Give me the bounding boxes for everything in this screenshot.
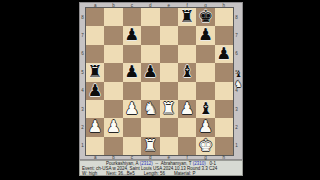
square-f6[interactable]	[178, 45, 196, 63]
square-e1[interactable]	[160, 137, 178, 155]
square-e3[interactable]: ♜	[160, 100, 178, 118]
square-f4[interactable]	[178, 82, 196, 100]
square-h8[interactable]	[215, 8, 233, 26]
square-e8[interactable]	[160, 8, 178, 26]
square-h7[interactable]	[215, 26, 233, 44]
coord-label: 7	[234, 26, 239, 44]
black-rook-icon: ♜	[86, 63, 104, 81]
board-frame: abcdefgh 87654321 ♜♚♟♟♟♜♟♟♝♟♟♞♜♟♝♟♟♟♜♚ 8…	[79, 2, 243, 160]
square-d3[interactable]: ♞	[141, 100, 159, 118]
square-c2[interactable]	[123, 118, 141, 136]
square-e7[interactable]	[160, 26, 178, 44]
square-f3[interactable]: ♟	[178, 100, 196, 118]
square-c8[interactable]	[123, 8, 141, 26]
square-g7[interactable]: ♟	[196, 26, 214, 44]
square-h2[interactable]	[215, 118, 233, 136]
square-g2[interactable]: ♟	[196, 118, 214, 136]
square-e4[interactable]	[160, 82, 178, 100]
white-knight-icon: ♞	[234, 79, 242, 89]
square-f8[interactable]: ♜	[178, 8, 196, 26]
white-rook-icon: ♜	[141, 137, 159, 155]
coord-label: 2	[234, 118, 239, 136]
square-c6[interactable]	[123, 45, 141, 63]
square-d2[interactable]	[141, 118, 159, 136]
info-line: W: high Next: 36...Be5 Length: 56 Materi…	[82, 172, 240, 177]
square-d8[interactable]	[141, 8, 159, 26]
coord-label: 6	[234, 45, 239, 63]
length-label: Length: 56	[144, 172, 165, 177]
white-king-icon: ♚	[196, 137, 214, 155]
square-c3[interactable]: ♟	[123, 100, 141, 118]
white-pawn-icon: ♟	[86, 118, 104, 136]
square-h4[interactable]	[215, 82, 233, 100]
square-b5[interactable]	[104, 63, 122, 81]
square-c1[interactable]	[123, 137, 141, 155]
square-d6[interactable]	[141, 45, 159, 63]
black-bishop-icon: ♝	[178, 63, 196, 81]
square-g6[interactable]	[196, 45, 214, 63]
square-h5[interactable]	[215, 63, 233, 81]
square-b7[interactable]	[104, 26, 122, 44]
square-e2[interactable]	[160, 118, 178, 136]
white-knight-icon: ♞	[141, 100, 159, 118]
square-a3[interactable]	[86, 100, 104, 118]
square-g3[interactable]: ♝	[196, 100, 214, 118]
square-c4[interactable]	[123, 82, 141, 100]
material-imbalance-tray: ♝♞	[233, 69, 244, 89]
square-g5[interactable]	[196, 63, 214, 81]
square-f7[interactable]	[178, 26, 196, 44]
square-c5[interactable]: ♟	[123, 63, 141, 81]
thumbnail-screen: abcdefgh 87654321 ♜♚♟♟♟♜♟♟♝♟♟♞♜♟♝♟♟♟♜♚ 8…	[0, 0, 320, 180]
coord-label: 1	[234, 137, 239, 155]
square-d5[interactable]: ♟	[141, 63, 159, 81]
black-pawn-icon: ♟	[123, 63, 141, 81]
game-caption: Pourkashiyan, A (2312) -- Abrahamyan, T …	[79, 160, 243, 176]
black-pawn-icon: ♟	[215, 45, 233, 63]
black-pawn-icon: ♟	[123, 26, 141, 44]
square-f1[interactable]	[178, 137, 196, 155]
square-e6[interactable]	[160, 45, 178, 63]
square-a5[interactable]: ♜	[86, 63, 104, 81]
black-pawn-icon: ♟	[196, 26, 214, 44]
square-g1[interactable]: ♚	[196, 137, 214, 155]
black-bishop-icon: ♝	[196, 100, 214, 118]
white-pawn-icon: ♟	[178, 100, 196, 118]
material-label: Material: P	[174, 172, 196, 177]
black-pawn-icon: ♟	[86, 82, 104, 100]
square-d1[interactable]: ♜	[141, 137, 159, 155]
square-a2[interactable]: ♟	[86, 118, 104, 136]
square-f5[interactable]: ♝	[178, 63, 196, 81]
black-bishop-icon: ♝	[234, 69, 242, 79]
coord-label: 8	[234, 8, 239, 26]
square-b1[interactable]	[104, 137, 122, 155]
square-a6[interactable]	[86, 45, 104, 63]
white-pawn-icon: ♟	[104, 118, 122, 136]
white-rook-icon: ♜	[160, 100, 178, 118]
square-d4[interactable]	[141, 82, 159, 100]
eval-label: W: high	[82, 172, 97, 177]
square-b6[interactable]	[104, 45, 122, 63]
square-b3[interactable]	[104, 100, 122, 118]
square-h1[interactable]	[215, 137, 233, 155]
white-pawn-icon: ♟	[196, 118, 214, 136]
square-a4[interactable]: ♟	[86, 82, 104, 100]
square-h6[interactable]: ♟	[215, 45, 233, 63]
square-f2[interactable]	[178, 118, 196, 136]
next-move-label: Next: 36...Be5	[106, 172, 135, 177]
square-b8[interactable]	[104, 8, 122, 26]
square-g4[interactable]	[196, 82, 214, 100]
square-a7[interactable]	[86, 26, 104, 44]
square-d7[interactable]	[141, 26, 159, 44]
square-h3[interactable]	[215, 100, 233, 118]
coord-label: 3	[234, 100, 239, 118]
black-king-icon: ♚	[196, 8, 214, 26]
square-a8[interactable]	[86, 8, 104, 26]
square-b2[interactable]: ♟	[104, 118, 122, 136]
white-pawn-icon: ♟	[123, 100, 141, 118]
chess-board: ♜♚♟♟♟♜♟♟♝♟♟♞♜♟♝♟♟♟♜♚	[85, 7, 234, 156]
square-a1[interactable]	[86, 137, 104, 155]
square-b4[interactable]	[104, 82, 122, 100]
square-e5[interactable]	[160, 63, 178, 81]
diagram-panel: abcdefgh 87654321 ♜♚♟♟♟♜♟♟♝♟♟♞♜♟♝♟♟♟♜♚ 8…	[79, 2, 243, 176]
black-rook-icon: ♜	[178, 8, 196, 26]
square-c7[interactable]: ♟	[123, 26, 141, 44]
square-g8[interactable]: ♚	[196, 8, 214, 26]
black-pawn-icon: ♟	[141, 63, 159, 81]
